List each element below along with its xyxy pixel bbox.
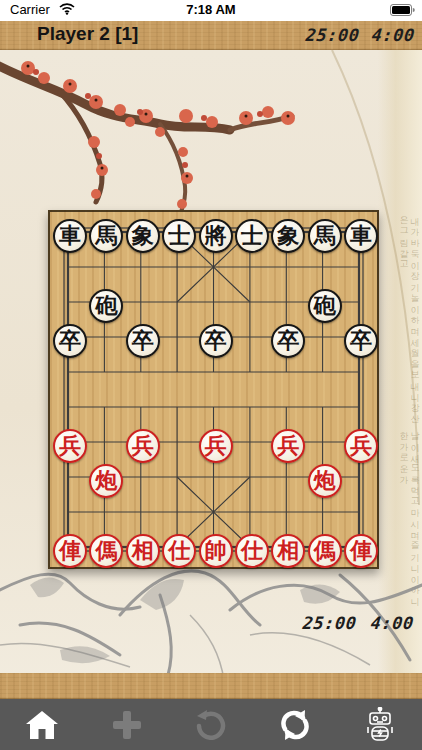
status-bar: Carrier 7:18 AM	[0, 0, 422, 21]
robot-icon	[363, 707, 397, 743]
clock-time: 7:18 AM	[0, 2, 422, 17]
piece-red-advisor[interactable]: 仕	[162, 534, 196, 568]
toolbar	[0, 699, 422, 750]
battery-icon	[390, 4, 415, 19]
player2-move-timer: 4:00	[371, 25, 416, 45]
piece-red-elephant[interactable]: 相	[126, 534, 160, 568]
plum-blossom-art	[0, 52, 300, 227]
restart-button[interactable]	[265, 703, 325, 747]
piece-red-soldier[interactable]: 兵	[53, 429, 87, 463]
undo-button	[181, 703, 241, 747]
xiangqi-board[interactable]: 車馬象士將士象馬車砲砲卒卒卒卒卒兵兵兵兵兵炮炮俥傌相仕帥仕相傌俥	[48, 210, 379, 569]
player2-name: Player 2 [1]	[37, 23, 138, 45]
piece-black-soldier[interactable]: 卒	[199, 324, 233, 358]
piece-black-horse[interactable]: 馬	[308, 219, 342, 253]
piece-red-elephant[interactable]: 相	[271, 534, 305, 568]
piece-black-elephant[interactable]: 象	[271, 219, 305, 253]
piece-black-soldier[interactable]: 卒	[344, 324, 378, 358]
piece-black-soldier[interactable]: 卒	[271, 324, 305, 358]
piece-black-elephant[interactable]: 象	[126, 219, 160, 253]
piece-black-horse[interactable]: 馬	[89, 219, 123, 253]
piece-black-soldier[interactable]: 卒	[126, 324, 160, 358]
piece-red-general[interactable]: 帥	[199, 534, 233, 568]
add-button	[97, 703, 157, 747]
home-button[interactable]	[12, 703, 72, 747]
calligraphy-text: 내가바둑이장기놀이하며세월을보내니강산은그림같고 날이새도록먹고마시며즐기니이아…	[398, 210, 420, 610]
piece-red-soldier[interactable]: 兵	[126, 429, 160, 463]
xiangqi-app: Carrier 7:18 AM Player 2 [1] 25:00 4:00	[0, 0, 422, 750]
piece-black-soldier[interactable]: 卒	[53, 324, 87, 358]
piece-black-general[interactable]: 將	[199, 219, 233, 253]
piece-red-advisor[interactable]: 仕	[235, 534, 269, 568]
piece-black-advisor[interactable]: 士	[235, 219, 269, 253]
player1-move-timer: 4:00	[370, 613, 415, 633]
piece-red-cannon[interactable]: 炮	[89, 464, 123, 498]
piece-red-horse[interactable]: 傌	[89, 534, 123, 568]
player1-game-timer: 25:00	[302, 613, 358, 633]
home-icon	[25, 710, 59, 740]
piece-black-chariot[interactable]: 車	[53, 219, 87, 253]
board-grid	[50, 212, 377, 567]
piece-red-soldier[interactable]: 兵	[344, 429, 378, 463]
piece-red-horse[interactable]: 傌	[308, 534, 342, 568]
piece-black-advisor[interactable]: 士	[162, 219, 196, 253]
player2-bar: Player 2 [1] 25:00 4:00	[0, 21, 422, 50]
piece-red-chariot[interactable]: 俥	[53, 534, 87, 568]
computer-button[interactable]	[350, 703, 410, 747]
player1-bar	[0, 673, 422, 699]
piece-red-cannon[interactable]: 炮	[308, 464, 342, 498]
piece-black-chariot[interactable]: 車	[344, 219, 378, 253]
undo-icon	[195, 710, 227, 740]
plus-icon	[112, 710, 142, 740]
player2-game-timer: 25:00	[305, 25, 361, 45]
refresh-icon	[279, 710, 311, 740]
piece-red-soldier[interactable]: 兵	[271, 429, 305, 463]
piece-black-cannon[interactable]: 砲	[308, 289, 342, 323]
piece-black-cannon[interactable]: 砲	[89, 289, 123, 323]
piece-red-soldier[interactable]: 兵	[199, 429, 233, 463]
piece-red-chariot[interactable]: 俥	[344, 534, 378, 568]
